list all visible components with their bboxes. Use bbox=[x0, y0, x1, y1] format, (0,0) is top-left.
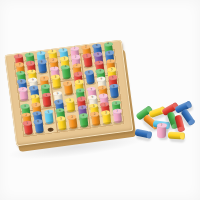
peg-top: 3 bbox=[56, 116, 66, 122]
peg-top: 1 bbox=[108, 75, 118, 81]
peg-end-cap bbox=[146, 131, 152, 139]
peg-top: 2 bbox=[32, 102, 42, 108]
peg-top: 9 bbox=[97, 77, 107, 83]
peg[interactable]: 2 bbox=[68, 117, 77, 130]
peg-top: 3 bbox=[107, 67, 117, 73]
peg-top: 1 bbox=[76, 96, 86, 102]
peg-top: 2 bbox=[48, 57, 58, 63]
peg-top: 5 bbox=[36, 50, 46, 56]
peg-top: 2 bbox=[90, 112, 100, 118]
peg-top: 4 bbox=[79, 113, 89, 119]
peg-top: 1 bbox=[22, 120, 32, 126]
peg-top: 9 bbox=[53, 91, 63, 97]
peg[interactable]: 1 bbox=[23, 122, 32, 135]
peg-top: 7 bbox=[87, 86, 97, 92]
peg[interactable]: 6 bbox=[85, 72, 94, 85]
peg[interactable]: 3 bbox=[102, 112, 111, 125]
peg-top: 4 bbox=[111, 100, 121, 106]
peg[interactable]: 1 bbox=[83, 55, 92, 68]
peg-top: 6 bbox=[34, 119, 44, 125]
peg-top: 1 bbox=[73, 71, 83, 77]
peg-top: 3 bbox=[27, 69, 37, 75]
peg-top: 7 bbox=[18, 87, 28, 93]
peg-top: 2 bbox=[67, 114, 77, 120]
peg-top: 6 bbox=[29, 85, 39, 91]
peg-top: 1 bbox=[42, 92, 52, 98]
peg-top: 3 bbox=[47, 49, 57, 55]
peg-end-cap bbox=[187, 118, 196, 126]
peg-top: 7 bbox=[99, 93, 109, 99]
peg[interactable]: 2 bbox=[91, 114, 100, 127]
peg-top: 9 bbox=[88, 95, 98, 101]
peg-top: 1 bbox=[95, 60, 105, 66]
peg-grid: 1453572642162371864374212692316437642391… bbox=[13, 49, 124, 138]
peg-top: 4 bbox=[61, 64, 71, 70]
peg-top: 3 bbox=[101, 110, 111, 116]
peg-top: 2 bbox=[21, 112, 31, 118]
peg-hole[interactable] bbox=[48, 127, 54, 132]
peg-top: 5 bbox=[59, 48, 69, 54]
peg-top: 6 bbox=[37, 59, 47, 65]
peg-top: 6 bbox=[92, 43, 102, 49]
peg-top: 4 bbox=[20, 104, 30, 110]
peg-top: 3 bbox=[74, 80, 84, 86]
peg[interactable]: 6 bbox=[34, 121, 43, 134]
peg-top: 3 bbox=[30, 94, 40, 100]
peg-end-cap bbox=[185, 100, 193, 109]
peg-top: 7 bbox=[71, 54, 81, 60]
loose-peg[interactable]: 7 bbox=[157, 125, 166, 138]
peg[interactable]: 3 bbox=[66, 100, 75, 113]
peg-end-cap bbox=[179, 132, 185, 140]
peg-top: 6 bbox=[33, 111, 43, 117]
peg-top: 8 bbox=[93, 51, 103, 57]
product-photo: 1453572642162371864374212692316437642391… bbox=[0, 0, 200, 200]
peg-top: 2 bbox=[39, 76, 49, 82]
peg-top: 6 bbox=[54, 99, 64, 105]
peg-top: 3 bbox=[65, 98, 75, 104]
board-wrapper: 1453572642162371864374212692316437642391… bbox=[5, 40, 134, 147]
loose-peg[interactable] bbox=[168, 131, 183, 139]
peg-top: 3 bbox=[51, 74, 61, 80]
peg[interactable]: 2 bbox=[64, 83, 73, 96]
peg-top: 6 bbox=[17, 79, 27, 85]
peg-top: 4 bbox=[16, 70, 26, 76]
peg-top: 2 bbox=[15, 62, 25, 68]
peg-top: 2 bbox=[72, 63, 82, 69]
peg-top: 1 bbox=[14, 53, 24, 59]
peg-top: 2 bbox=[63, 81, 73, 87]
peg-end-cap bbox=[177, 125, 186, 132]
peg-top: 4 bbox=[41, 84, 51, 90]
board-cell[interactable]: 7 bbox=[112, 116, 124, 126]
peg[interactable]: 4 bbox=[62, 66, 71, 79]
peg-top: 9 bbox=[28, 77, 38, 83]
peg-top: 6 bbox=[105, 50, 115, 56]
peg-top: 1 bbox=[82, 53, 92, 59]
peg-top: 1 bbox=[26, 60, 36, 66]
peg-top: 1 bbox=[100, 102, 110, 108]
peg-top: 7 bbox=[157, 123, 167, 128]
peg-top: 7 bbox=[50, 66, 60, 72]
peg-top: 4 bbox=[96, 68, 106, 74]
peg-top: 4 bbox=[75, 88, 85, 94]
peg[interactable]: 3 bbox=[57, 118, 66, 131]
peg-top: 7 bbox=[112, 109, 122, 115]
peg[interactable]: 3 bbox=[51, 76, 60, 89]
sudoku-board: 1453572642162371864374212692316437642391… bbox=[5, 40, 134, 147]
peg-top: 6 bbox=[109, 83, 119, 89]
peg-top: 4 bbox=[55, 108, 65, 114]
peg-top: 2 bbox=[98, 85, 108, 91]
peg-top: 6 bbox=[84, 70, 94, 76]
peg[interactable]: 7 bbox=[19, 89, 28, 102]
peg-top: 3 bbox=[60, 56, 70, 62]
peg-top: 8 bbox=[78, 105, 88, 111]
peg-top: 4 bbox=[104, 42, 114, 48]
peg-top: 2 bbox=[81, 45, 91, 51]
peg-top: 3 bbox=[89, 103, 99, 109]
peg-top: 4 bbox=[25, 52, 35, 58]
peg-top: 5 bbox=[44, 109, 54, 115]
peg-top: 2 bbox=[106, 58, 116, 64]
peg[interactable]: 6 bbox=[38, 61, 47, 74]
peg-top: 7 bbox=[70, 46, 80, 52]
